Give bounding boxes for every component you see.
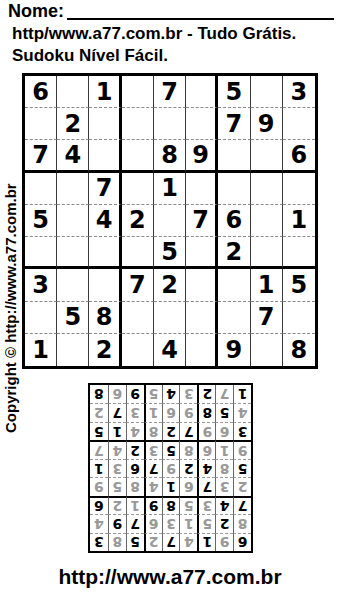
solution-cell-r9c8: 6 bbox=[108, 385, 126, 403]
cell-r3c4[interactable] bbox=[122, 140, 154, 172]
cell-r4c2[interactable] bbox=[57, 173, 89, 205]
cell-r8c5[interactable] bbox=[154, 302, 186, 334]
solution-cell-r8c7: 3 bbox=[126, 403, 144, 421]
cell-r8c6[interactable] bbox=[186, 302, 218, 334]
cell-r6c1[interactable] bbox=[25, 237, 57, 269]
solution-cell-r9c4: 3 bbox=[179, 385, 197, 403]
solution-cell-r3c1: 7 bbox=[233, 496, 251, 514]
cell-r1c8[interactable] bbox=[251, 76, 283, 108]
cell-r4c4[interactable] bbox=[122, 173, 154, 205]
solution-cell-r8c3: 8 bbox=[197, 403, 215, 421]
solution-cell-r5c2: 8 bbox=[215, 459, 233, 477]
solution-cell-r9c5: 4 bbox=[162, 385, 180, 403]
cell-r8c2[interactable]: 5 bbox=[57, 302, 89, 334]
solution-cell-r1c2: 9 bbox=[215, 533, 233, 551]
cell-r5c8[interactable] bbox=[251, 205, 283, 237]
cell-r5c9[interactable]: 1 bbox=[283, 205, 315, 237]
solution-cell-r4c1: 2 bbox=[233, 477, 251, 495]
solution-cell-r1c3: 1 bbox=[197, 533, 215, 551]
cell-r6c8[interactable] bbox=[251, 237, 283, 269]
cell-r5c3[interactable]: 4 bbox=[89, 205, 121, 237]
cell-r8c4[interactable] bbox=[122, 302, 154, 334]
solution-cell-r2c5: 3 bbox=[162, 514, 180, 532]
solution-cell-r8c9: 2 bbox=[90, 403, 108, 421]
cell-r9c2[interactable] bbox=[57, 334, 89, 366]
cell-r7c7[interactable] bbox=[218, 269, 250, 301]
solution-cell-r2c6: 6 bbox=[144, 514, 162, 532]
cell-r3c8[interactable] bbox=[251, 140, 283, 172]
footer-url: http://www.a77.com.br bbox=[0, 565, 340, 589]
cell-r1c6[interactable] bbox=[186, 76, 218, 108]
solution-cell-r6c2: 1 bbox=[215, 440, 233, 458]
solution-cell-r6c5: 5 bbox=[162, 440, 180, 458]
cell-r2c9[interactable] bbox=[283, 108, 315, 140]
solution-cell-r7c7: 4 bbox=[126, 422, 144, 440]
solution-cell-r4c5: 1 bbox=[162, 477, 180, 495]
cell-r8c9[interactable] bbox=[283, 302, 315, 334]
cell-r6c3[interactable] bbox=[89, 237, 121, 269]
solution-cell-r1c9: 3 bbox=[90, 533, 108, 551]
solution-cell-r1c1: 6 bbox=[233, 533, 251, 551]
cell-r8c3[interactable]: 8 bbox=[89, 302, 121, 334]
solution-cell-r9c7: 9 bbox=[126, 385, 144, 403]
solution-cell-r4c6: 4 bbox=[144, 477, 162, 495]
solution-cell-r5c5: 9 bbox=[162, 459, 180, 477]
cell-r2c5[interactable] bbox=[154, 108, 186, 140]
cell-r1c3[interactable]: 1 bbox=[89, 76, 121, 108]
cell-r5c6[interactable]: 7 bbox=[186, 205, 218, 237]
cell-r2c4[interactable] bbox=[122, 108, 154, 140]
cell-r4c1[interactable] bbox=[25, 173, 57, 205]
cell-r3c2[interactable]: 4 bbox=[57, 140, 89, 172]
solution-cell-r9c2: 7 bbox=[215, 385, 233, 403]
solution-cell-r6c9: 7 bbox=[90, 440, 108, 458]
solution-grid: 6914725838251367947435891262376148595842… bbox=[88, 383, 253, 553]
cell-r4c5[interactable]: 1 bbox=[154, 173, 186, 205]
solution-cell-r5c7: 6 bbox=[126, 459, 144, 477]
solution-cell-r2c9: 4 bbox=[90, 514, 108, 532]
solution-cell-r7c9: 5 bbox=[90, 422, 108, 440]
cell-r6c5[interactable]: 5 bbox=[154, 237, 186, 269]
cell-r8c8[interactable]: 7 bbox=[251, 302, 283, 334]
solution-cell-r7c8: 1 bbox=[108, 422, 126, 440]
cell-r9c9[interactable]: 8 bbox=[283, 334, 315, 366]
cell-r5c1[interactable]: 5 bbox=[25, 205, 57, 237]
solution-cell-r2c4: 1 bbox=[179, 514, 197, 532]
cell-r7c5[interactable]: 2 bbox=[154, 269, 186, 301]
cell-r6c7[interactable]: 2 bbox=[218, 237, 250, 269]
cell-r5c4[interactable]: 2 bbox=[122, 205, 154, 237]
solution-cell-r8c4: 9 bbox=[179, 403, 197, 421]
solution-cell-r2c8: 9 bbox=[108, 514, 126, 532]
name-label: Nome: bbox=[8, 1, 64, 22]
solution-cell-r3c7: 1 bbox=[126, 496, 144, 514]
cell-r7c9[interactable]: 5 bbox=[283, 269, 315, 301]
solution-cell-r4c7: 8 bbox=[126, 477, 144, 495]
solution-cell-r4c2: 3 bbox=[215, 477, 233, 495]
cell-r4c6[interactable] bbox=[186, 173, 218, 205]
solution-cell-r4c3: 7 bbox=[197, 477, 215, 495]
solution-cell-r3c2: 4 bbox=[215, 496, 233, 514]
cell-r1c7[interactable]: 5 bbox=[218, 76, 250, 108]
cell-r5c7[interactable]: 6 bbox=[218, 205, 250, 237]
solution-cell-r8c1: 4 bbox=[233, 403, 251, 421]
solution-cell-r6c6: 3 bbox=[144, 440, 162, 458]
cell-r1c5[interactable]: 7 bbox=[154, 76, 186, 108]
solution-cell-r9c3: 2 bbox=[197, 385, 215, 403]
cell-r5c2[interactable] bbox=[57, 205, 89, 237]
cell-r4c7[interactable] bbox=[218, 173, 250, 205]
copyright-vertical-text: Copyright © http://www.a77.com.br bbox=[2, 183, 19, 433]
solution-cell-r4c9: 9 bbox=[90, 477, 108, 495]
cell-r9c4[interactable] bbox=[122, 334, 154, 366]
cell-r7c6[interactable] bbox=[186, 269, 218, 301]
cell-r6c4[interactable] bbox=[122, 237, 154, 269]
solution-cell-r9c1: 1 bbox=[233, 385, 251, 403]
cell-r4c9[interactable] bbox=[283, 173, 315, 205]
cell-r2c8[interactable]: 9 bbox=[251, 108, 283, 140]
solution-cell-r1c6: 2 bbox=[144, 533, 162, 551]
cell-r9c7[interactable]: 9 bbox=[218, 334, 250, 366]
cell-r8c7[interactable] bbox=[218, 302, 250, 334]
cell-r2c7[interactable]: 7 bbox=[218, 108, 250, 140]
cell-r2c1[interactable] bbox=[25, 108, 57, 140]
cell-r2c3[interactable] bbox=[89, 108, 121, 140]
solution-cell-r8c2: 5 bbox=[215, 403, 233, 421]
cell-r1c9[interactable]: 3 bbox=[283, 76, 315, 108]
site-url-header: http/www.a77.com.br - Tudo Grátis. bbox=[12, 24, 296, 44]
solution-cell-r1c8: 8 bbox=[108, 533, 126, 551]
puzzle-title: Sudoku Nível Fácil. bbox=[12, 46, 168, 66]
solution-cell-r7c1: 3 bbox=[233, 422, 251, 440]
solution-cell-r3c9: 6 bbox=[90, 496, 108, 514]
cell-r2c6[interactable] bbox=[186, 108, 218, 140]
name-row: Nome: bbox=[8, 1, 334, 22]
solution-cell-r9c9: 8 bbox=[90, 385, 108, 403]
solution-cell-r5c8: 3 bbox=[108, 459, 126, 477]
cell-r8c1[interactable] bbox=[25, 302, 57, 334]
solution-cell-r3c3: 3 bbox=[197, 496, 215, 514]
solution-cell-r5c6: 7 bbox=[144, 459, 162, 477]
solution-cell-r6c3: 6 bbox=[197, 440, 215, 458]
solution-cell-r6c7: 2 bbox=[126, 440, 144, 458]
cell-r7c8[interactable]: 1 bbox=[251, 269, 283, 301]
solution-cell-r4c8: 5 bbox=[108, 477, 126, 495]
name-underline bbox=[67, 16, 334, 20]
solution-cell-r1c4: 4 bbox=[179, 533, 197, 551]
solution-cell-r4c4: 6 bbox=[179, 477, 197, 495]
cell-r3c7[interactable] bbox=[218, 140, 250, 172]
solution-cell-r5c4: 2 bbox=[179, 459, 197, 477]
solution-cell-r3c5: 8 bbox=[162, 496, 180, 514]
solution-cell-r6c8: 4 bbox=[108, 440, 126, 458]
cell-r5c5[interactable] bbox=[154, 205, 186, 237]
cell-r3c3[interactable] bbox=[89, 140, 121, 172]
solution-cell-r3c6: 9 bbox=[144, 496, 162, 514]
solution-cell-r8c6: 1 bbox=[144, 403, 162, 421]
solution-cell-r5c9: 1 bbox=[90, 459, 108, 477]
solution-cell-r2c3: 5 bbox=[197, 514, 215, 532]
solution-cell-r2c7: 7 bbox=[126, 514, 144, 532]
solution-cell-r7c6: 8 bbox=[144, 422, 162, 440]
solution-cell-r6c4: 8 bbox=[179, 440, 197, 458]
cell-r3c6[interactable]: 9 bbox=[186, 140, 218, 172]
cell-r9c1[interactable]: 1 bbox=[25, 334, 57, 366]
cell-r6c6[interactable] bbox=[186, 237, 218, 269]
cell-r1c4[interactable] bbox=[122, 76, 154, 108]
solution-cell-r2c1: 8 bbox=[233, 514, 251, 532]
cell-r9c6[interactable] bbox=[186, 334, 218, 366]
solution-cell-r1c5: 7 bbox=[162, 533, 180, 551]
solution-cell-r7c2: 6 bbox=[215, 422, 233, 440]
solution-cell-r7c3: 9 bbox=[197, 422, 215, 440]
cell-r7c1[interactable]: 3 bbox=[25, 269, 57, 301]
cell-r3c5[interactable]: 8 bbox=[154, 140, 186, 172]
cell-r9c3[interactable]: 2 bbox=[89, 334, 121, 366]
solution-cell-r1c7: 5 bbox=[126, 533, 144, 551]
cell-r3c9[interactable]: 6 bbox=[283, 140, 315, 172]
sudoku-page: Nome: http/www.a77.com.br - Tudo Grátis.… bbox=[0, 0, 340, 596]
cell-r7c4[interactable]: 7 bbox=[122, 269, 154, 301]
solution-cell-r5c3: 4 bbox=[197, 459, 215, 477]
solution-cell-r6c1: 9 bbox=[233, 440, 251, 458]
cell-r4c8[interactable] bbox=[251, 173, 283, 205]
solution-cell-r9c6: 5 bbox=[144, 385, 162, 403]
solution-cell-r3c4: 5 bbox=[179, 496, 197, 514]
cell-r1c1[interactable]: 6 bbox=[25, 76, 57, 108]
cell-r9c8[interactable] bbox=[251, 334, 283, 366]
solution-cell-r8c8: 7 bbox=[108, 403, 126, 421]
cell-r6c9[interactable] bbox=[283, 237, 315, 269]
cell-r1c2[interactable] bbox=[57, 76, 89, 108]
cell-r6c2[interactable] bbox=[57, 237, 89, 269]
solution-cell-r3c8: 2 bbox=[108, 496, 126, 514]
cell-r2c2[interactable]: 2 bbox=[57, 108, 89, 140]
cell-r3c1[interactable]: 7 bbox=[25, 140, 57, 172]
cell-r7c2[interactable] bbox=[57, 269, 89, 301]
cell-r7c3[interactable] bbox=[89, 269, 121, 301]
solution-cell-r7c4: 7 bbox=[179, 422, 197, 440]
solution-cell-r7c5: 2 bbox=[162, 422, 180, 440]
sudoku-grid: 617532797489671542761523721558712498 bbox=[22, 73, 318, 369]
solution-cell-r2c2: 2 bbox=[215, 514, 233, 532]
cell-r9c5[interactable]: 4 bbox=[154, 334, 186, 366]
solution-cell-r5c1: 5 bbox=[233, 459, 251, 477]
cell-r4c3[interactable]: 7 bbox=[89, 173, 121, 205]
solution-cell-r8c5: 6 bbox=[162, 403, 180, 421]
